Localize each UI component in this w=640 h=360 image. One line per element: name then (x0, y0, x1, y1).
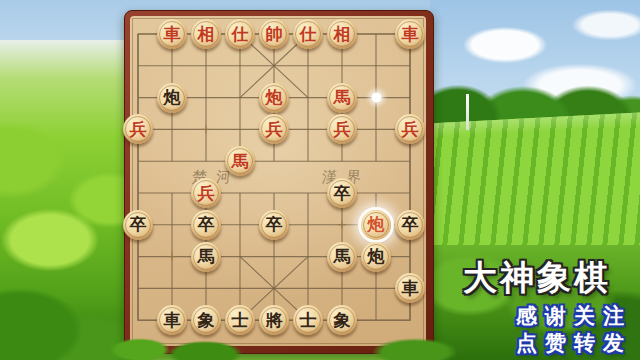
piece-red-cannon[interactable]: 炮 (361, 210, 391, 240)
promo-line-share: 点赞转发 (516, 329, 632, 357)
piece-character: 炮 (164, 89, 181, 106)
piece-red-horse[interactable]: 馬 (327, 83, 357, 113)
piece-character: 象 (334, 312, 351, 329)
piece-red-soldier[interactable]: 兵 (191, 178, 221, 208)
piece-character: 相 (198, 26, 215, 43)
piece-black-cannon[interactable]: 炮 (361, 242, 391, 272)
piece-character: 馬 (198, 248, 215, 265)
piece-character: 炮 (368, 216, 385, 233)
piece-black-soldier[interactable]: 卒 (395, 210, 425, 240)
sky-clouds (430, 0, 640, 160)
piece-black-soldier[interactable]: 卒 (259, 210, 289, 240)
piece-character: 卒 (334, 185, 351, 202)
piece-black-horse[interactable]: 馬 (191, 242, 221, 272)
tea-field-right (428, 112, 640, 273)
piece-character: 兵 (402, 121, 419, 138)
piece-red-elephant[interactable]: 相 (191, 19, 221, 49)
piece-black-soldier[interactable]: 卒 (191, 210, 221, 240)
piece-character: 馬 (232, 153, 249, 170)
xiangqi-board[interactable]: 楚河 漢界 車相仕帥仕相車炮炮馬兵兵兵兵馬兵卒卒卒卒炮卒馬馬炮車車象士將士象 (124, 10, 434, 354)
piece-character: 象 (198, 312, 215, 329)
piece-red-general[interactable]: 帥 (259, 19, 289, 49)
board-grid (130, 16, 426, 346)
piece-black-elephant[interactable]: 象 (327, 305, 357, 335)
piece-character: 卒 (266, 216, 283, 233)
piece-black-soldier[interactable]: 卒 (123, 210, 153, 240)
piece-character: 兵 (334, 121, 351, 138)
piece-red-advisor[interactable]: 仕 (225, 19, 255, 49)
piece-character: 兵 (130, 121, 147, 138)
piece-character: 車 (402, 280, 419, 297)
channel-title: 大神象棋 (463, 255, 611, 301)
piece-character: 兵 (266, 121, 283, 138)
piece-character: 士 (232, 312, 249, 329)
piece-character: 車 (164, 312, 181, 329)
piece-character: 兵 (198, 185, 215, 202)
piece-character: 卒 (402, 216, 419, 233)
piece-red-horse[interactable]: 馬 (225, 146, 255, 176)
piece-black-horse[interactable]: 馬 (327, 242, 357, 272)
piece-character: 卒 (198, 216, 215, 233)
piece-character: 馬 (334, 89, 351, 106)
piece-black-chariot[interactable]: 車 (157, 305, 187, 335)
piece-black-advisor[interactable]: 士 (293, 305, 323, 335)
last-move-origin-dot (371, 92, 382, 103)
piece-red-advisor[interactable]: 仕 (293, 19, 323, 49)
piece-character: 炮 (368, 248, 385, 265)
utility-pole (466, 94, 469, 130)
piece-character: 車 (402, 26, 419, 43)
piece-red-elephant[interactable]: 相 (327, 19, 357, 49)
piece-character: 馬 (334, 248, 351, 265)
tree-line-right (428, 62, 640, 152)
board-surface[interactable]: 楚河 漢界 車相仕帥仕相車炮炮馬兵兵兵兵馬兵卒卒卒卒炮卒馬馬炮車車象士將士象 (130, 16, 426, 346)
piece-character: 相 (334, 26, 351, 43)
piece-character: 車 (164, 26, 181, 43)
piece-character: 帥 (266, 26, 283, 43)
piece-red-chariot[interactable]: 車 (157, 19, 187, 49)
piece-character: 卒 (130, 216, 147, 233)
piece-black-cannon[interactable]: 炮 (157, 83, 187, 113)
promo-line-thanks: 感谢关注 (516, 302, 632, 330)
piece-red-chariot[interactable]: 車 (395, 19, 425, 49)
piece-character: 仕 (232, 26, 249, 43)
piece-character: 士 (300, 312, 317, 329)
piece-character: 仕 (300, 26, 317, 43)
piece-black-advisor[interactable]: 士 (225, 305, 255, 335)
piece-character: 炮 (266, 89, 283, 106)
piece-red-cannon[interactable]: 炮 (259, 83, 289, 113)
tea-field-left (0, 40, 135, 360)
piece-black-general[interactable]: 將 (259, 305, 289, 335)
piece-character: 將 (266, 312, 283, 329)
piece-black-elephant[interactable]: 象 (191, 305, 221, 335)
piece-black-soldier[interactable]: 卒 (327, 178, 357, 208)
